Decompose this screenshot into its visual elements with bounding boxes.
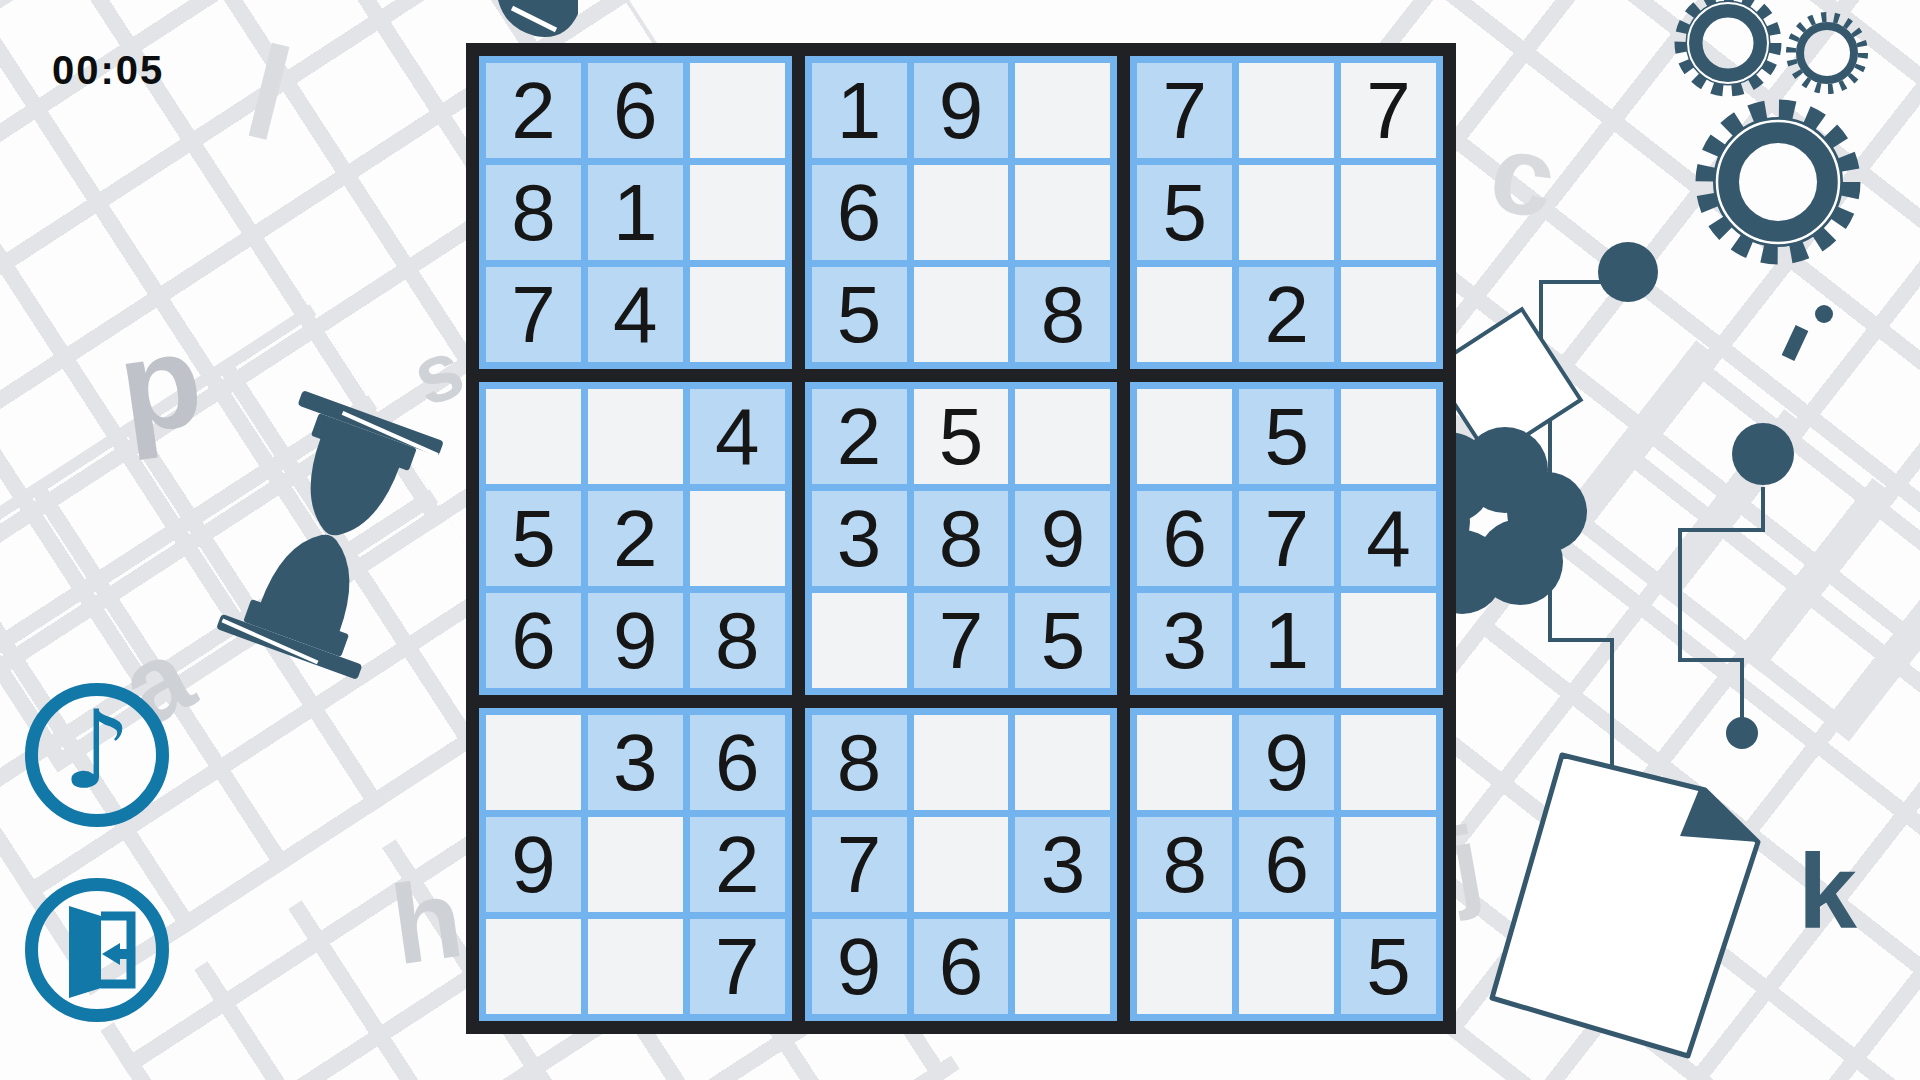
cell-r6c1[interactable]: 6 — [486, 593, 581, 688]
cell-r1c5[interactable]: 9 — [914, 63, 1009, 158]
cell-r7c7[interactable] — [1137, 715, 1232, 810]
cell-r8c6[interactable]: 3 — [1015, 817, 1110, 912]
cell-r3c6[interactable]: 8 — [1015, 267, 1110, 362]
gear-large-icon — [1705, 109, 1851, 255]
box-2: 19658 — [805, 56, 1118, 369]
cell-r9c4[interactable]: 9 — [812, 919, 907, 1014]
cell-r2c8[interactable] — [1239, 165, 1334, 260]
cell-r8c3[interactable]: 2 — [690, 817, 785, 912]
cell-r1c4[interactable]: 1 — [812, 63, 907, 158]
folded-note-decoration — [1492, 755, 1758, 1056]
cell-r7c2[interactable]: 3 — [588, 715, 683, 810]
cell-r3c8[interactable]: 2 — [1239, 267, 1334, 362]
cell-r5c2[interactable]: 2 — [588, 491, 683, 586]
cell-r1c8[interactable] — [1239, 63, 1334, 158]
cell-r4c8[interactable]: 5 — [1239, 389, 1334, 484]
cell-r2c6[interactable] — [1015, 165, 1110, 260]
cell-r9c9[interactable]: 5 — [1341, 919, 1436, 1014]
box-8: 87396 — [805, 708, 1118, 1021]
cell-r2c1[interactable]: 8 — [486, 165, 581, 260]
cell-r3c3[interactable] — [690, 267, 785, 362]
cell-r8c8[interactable]: 6 — [1239, 817, 1334, 912]
cell-r6c3[interactable]: 8 — [690, 593, 785, 688]
hourglass-decoration — [216, 390, 444, 680]
gear-small-left-icon — [1681, 0, 1775, 90]
cell-r5c3[interactable] — [690, 491, 785, 586]
cell-r2c9[interactable] — [1341, 165, 1436, 260]
timer: 00:05 — [52, 48, 164, 93]
exit-door-icon — [47, 900, 147, 1000]
cell-r9c8[interactable] — [1239, 919, 1334, 1014]
cell-r2c7[interactable]: 5 — [1137, 165, 1232, 260]
cell-r1c3[interactable] — [690, 63, 785, 158]
cell-r7c3[interactable]: 6 — [690, 715, 785, 810]
music-note-icon: ♪ — [63, 696, 132, 804]
cell-r5c6[interactable]: 9 — [1015, 491, 1110, 586]
cell-r9c1[interactable] — [486, 919, 581, 1014]
cell-r6c7[interactable]: 3 — [1137, 593, 1232, 688]
cell-r9c5[interactable]: 6 — [914, 919, 1009, 1014]
cell-r4c4[interactable]: 2 — [812, 389, 907, 484]
cell-r2c2[interactable]: 1 — [588, 165, 683, 260]
cell-r7c4[interactable]: 8 — [812, 715, 907, 810]
cell-r3c4[interactable]: 5 — [812, 267, 907, 362]
cell-r3c2[interactable]: 4 — [588, 267, 683, 362]
box-7: 36927 — [479, 708, 792, 1021]
cell-r2c3[interactable] — [690, 165, 785, 260]
cell-r7c5[interactable] — [914, 715, 1009, 810]
cell-r5c9[interactable]: 4 — [1341, 491, 1436, 586]
cell-r9c7[interactable] — [1137, 919, 1232, 1014]
cell-r9c6[interactable] — [1015, 919, 1110, 1014]
cell-r4c7[interactable] — [1137, 389, 1232, 484]
box-6: 567431 — [1130, 382, 1443, 695]
cell-r5c7[interactable]: 6 — [1137, 491, 1232, 586]
cell-r4c9[interactable] — [1341, 389, 1436, 484]
cell-r1c7[interactable]: 7 — [1137, 63, 1232, 158]
cell-r9c2[interactable] — [588, 919, 683, 1014]
letter-i-mark — [1788, 305, 1833, 358]
cell-r4c6[interactable] — [1015, 389, 1110, 484]
cell-r8c9[interactable] — [1341, 817, 1436, 912]
music-button[interactable]: ♪ — [25, 683, 169, 827]
cell-r6c6[interactable]: 5 — [1015, 593, 1110, 688]
cell-r7c1[interactable] — [486, 715, 581, 810]
cell-r4c5[interactable]: 5 — [914, 389, 1009, 484]
cell-r6c4[interactable] — [812, 593, 907, 688]
cell-r8c2[interactable] — [588, 817, 683, 912]
cell-r1c1[interactable]: 2 — [486, 63, 581, 158]
cell-r9c3[interactable]: 7 — [690, 919, 785, 1014]
gears-decoration — [1681, 0, 1863, 255]
box-5: 2538975 — [805, 382, 1118, 695]
cell-r8c4[interactable]: 7 — [812, 817, 907, 912]
cell-r4c3[interactable]: 4 — [690, 389, 785, 484]
cell-r6c9[interactable] — [1341, 593, 1436, 688]
sudoku-board: 2681741965877524526982538975567431369278… — [466, 43, 1456, 1034]
cell-r4c2[interactable] — [588, 389, 683, 484]
cell-r1c2[interactable]: 6 — [588, 63, 683, 158]
cell-r3c5[interactable] — [914, 267, 1009, 362]
gear-small-right-icon — [1791, 17, 1863, 89]
cell-r5c4[interactable]: 3 — [812, 491, 907, 586]
box-3: 7752 — [1130, 56, 1443, 369]
cell-r3c1[interactable]: 7 — [486, 267, 581, 362]
exit-button[interactable] — [25, 878, 169, 1022]
cell-r1c9[interactable]: 7 — [1341, 63, 1436, 158]
cell-r2c5[interactable] — [914, 165, 1009, 260]
box-9: 9865 — [1130, 708, 1443, 1021]
cell-r4c1[interactable] — [486, 389, 581, 484]
cell-r2c4[interactable]: 6 — [812, 165, 907, 260]
cell-r7c8[interactable]: 9 — [1239, 715, 1334, 810]
cell-r8c5[interactable] — [914, 817, 1009, 912]
box-4: 452698 — [479, 382, 792, 695]
top-edge-blob — [498, 0, 578, 37]
cell-r3c9[interactable] — [1341, 267, 1436, 362]
cell-r1c6[interactable] — [1015, 63, 1110, 158]
cell-r8c1[interactable]: 9 — [486, 817, 581, 912]
box-1: 268174 — [479, 56, 792, 369]
cell-r3c7[interactable] — [1137, 267, 1232, 362]
cell-r6c5[interactable]: 7 — [914, 593, 1009, 688]
cell-r7c9[interactable] — [1341, 715, 1436, 810]
cell-r6c8[interactable]: 1 — [1239, 593, 1334, 688]
cell-r5c1[interactable]: 5 — [486, 491, 581, 586]
cell-r8c7[interactable]: 8 — [1137, 817, 1232, 912]
cell-r5c8[interactable]: 7 — [1239, 491, 1334, 586]
cell-r5c5[interactable]: 8 — [914, 491, 1009, 586]
cell-r7c6[interactable] — [1015, 715, 1110, 810]
cell-r6c2[interactable]: 9 — [588, 593, 683, 688]
